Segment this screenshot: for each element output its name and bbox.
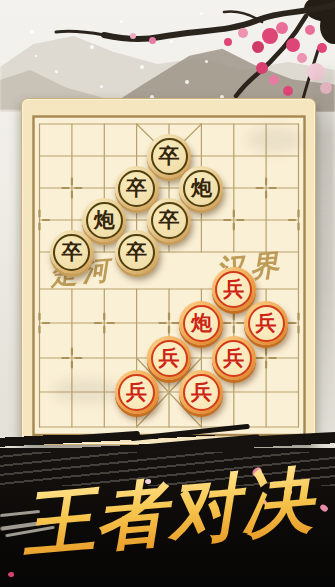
piece-glyph: 炮 bbox=[183, 305, 220, 342]
xiangqi-board[interactable]: 楚河 汉界 卒卒炮炮卒卒卒兵炮兵兵兵兵兵 bbox=[21, 98, 316, 445]
plum-blossom bbox=[238, 28, 248, 38]
plum-blossom bbox=[269, 75, 279, 85]
sparkle bbox=[30, 30, 34, 34]
board-stain bbox=[247, 127, 302, 153]
plum-blossom bbox=[252, 41, 264, 53]
piece-glyph: 兵 bbox=[215, 271, 252, 308]
plum-blossom bbox=[286, 38, 300, 52]
sparkle bbox=[90, 45, 94, 49]
sparkle bbox=[120, 20, 123, 23]
plum-blossom bbox=[149, 37, 156, 44]
sparkle bbox=[100, 85, 103, 88]
piece-glyph: 炮 bbox=[86, 202, 123, 239]
piece-black-炮[interactable]: 炮 bbox=[82, 198, 126, 242]
sparkle bbox=[185, 80, 189, 84]
piece-black-卒[interactable]: 卒 bbox=[115, 230, 159, 274]
board-stain bbox=[52, 379, 122, 403]
screenshot-root: 楚河 汉界 卒卒炮炮卒卒卒兵炮兵兵兵兵兵 王者对决 bbox=[0, 0, 335, 587]
piece-red-兵[interactable]: 兵 bbox=[212, 336, 256, 380]
sparkle bbox=[140, 65, 144, 69]
sparkle bbox=[200, 12, 203, 15]
plum-blossom bbox=[297, 53, 307, 63]
piece-glyph: 卒 bbox=[53, 234, 90, 271]
piece-glyph: 兵 bbox=[151, 340, 188, 377]
piece-glyph: 兵 bbox=[118, 374, 155, 411]
sparkle bbox=[55, 70, 58, 73]
plum-blossom bbox=[317, 43, 327, 53]
piece-glyph: 兵 bbox=[215, 340, 252, 377]
plum-blossom bbox=[130, 33, 136, 39]
piece-glyph: 卒 bbox=[118, 234, 155, 271]
sparkle bbox=[170, 40, 173, 43]
plum-blossom bbox=[276, 22, 288, 34]
piece-red-兵[interactable]: 兵 bbox=[212, 267, 256, 311]
plum-blossom bbox=[256, 62, 268, 74]
piece-black-卒[interactable]: 卒 bbox=[147, 134, 191, 178]
piece-black-卒[interactable]: 卒 bbox=[50, 230, 94, 274]
piece-glyph: 卒 bbox=[151, 138, 188, 175]
sparkle bbox=[205, 60, 208, 63]
piece-red-兵[interactable]: 兵 bbox=[244, 301, 288, 345]
piece-red-兵[interactable]: 兵 bbox=[115, 370, 159, 414]
plum-blossom bbox=[305, 25, 315, 35]
piece-glyph: 卒 bbox=[151, 202, 188, 239]
piece-glyph: 卒 bbox=[118, 170, 155, 207]
piece-black-卒[interactable]: 卒 bbox=[147, 198, 191, 242]
plum-blossom bbox=[224, 38, 232, 46]
piece-red-兵[interactable]: 兵 bbox=[147, 336, 191, 380]
piece-black-卒[interactable]: 卒 bbox=[115, 166, 159, 210]
piece-glyph: 兵 bbox=[183, 374, 220, 411]
piece-glyph: 兵 bbox=[248, 305, 285, 342]
plum-blossom bbox=[283, 86, 293, 96]
piece-glyph: 炮 bbox=[183, 170, 220, 207]
